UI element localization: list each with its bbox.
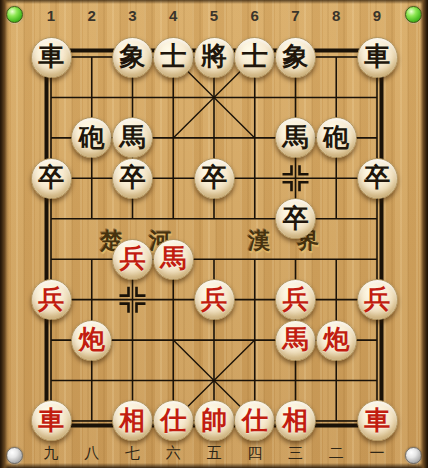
- vacated-point-marker: [120, 287, 129, 296]
- file-label-top: 4: [169, 7, 177, 24]
- board-piece-black[interactable]: 象: [112, 37, 153, 78]
- file-label-bottom: 九: [44, 444, 59, 463]
- board-piece-black[interactable]: 車: [31, 37, 72, 78]
- file-label-bottom: 八: [84, 444, 99, 463]
- board-piece-black[interactable]: 象: [275, 37, 316, 78]
- vacated-point-marker: [283, 182, 292, 191]
- board-piece-black[interactable]: 卒: [275, 198, 316, 239]
- board-piece-red[interactable]: 兵: [194, 279, 235, 320]
- file-label-bottom: 四: [247, 444, 262, 463]
- file-label-top: 8: [332, 7, 340, 24]
- vacated-point-marker: [300, 165, 309, 174]
- file-label-top: 6: [251, 7, 259, 24]
- file-label-bottom: 三: [288, 444, 303, 463]
- board-piece-black[interactable]: 卒: [357, 158, 398, 199]
- xiangqi-game-window: 123456789 九八七六五四三二一 楚河 漢界 車象士將士象車砲馬馬砲卒卒卒…: [0, 0, 428, 468]
- vacated-point-marker: [283, 165, 292, 174]
- board-piece-red[interactable]: 兵: [112, 239, 153, 280]
- vacated-point-marker: [300, 182, 309, 191]
- vacated-point-marker: [137, 304, 146, 313]
- board-piece-red[interactable]: 兵: [275, 279, 316, 320]
- indicator-light-bottom-left: [6, 447, 23, 464]
- board-piece-black[interactable]: 卒: [31, 158, 72, 199]
- board-piece-red[interactable]: 炮: [71, 320, 112, 361]
- file-label-top: 7: [291, 7, 299, 24]
- board-piece-red[interactable]: 炮: [316, 320, 357, 361]
- file-label-top: 3: [128, 7, 136, 24]
- board-piece-red[interactable]: 兵: [357, 279, 398, 320]
- file-label-bottom: 六: [166, 444, 181, 463]
- board-piece-red[interactable]: 帥: [194, 400, 235, 441]
- board-piece-black[interactable]: 卒: [194, 158, 235, 199]
- file-label-bottom: 一: [370, 444, 385, 463]
- file-label-top: 9: [373, 7, 381, 24]
- file-label-top: 2: [88, 7, 96, 24]
- board-piece-black[interactable]: 士: [234, 37, 275, 78]
- file-label-bottom: 七: [125, 444, 140, 463]
- board-piece-red[interactable]: 仕: [153, 400, 194, 441]
- board-piece-black[interactable]: 砲: [316, 117, 357, 158]
- board-piece-black[interactable]: 將: [194, 37, 235, 78]
- board-piece-red[interactable]: 兵: [31, 279, 72, 320]
- indicator-light-top-left: [6, 6, 23, 23]
- file-label-bottom: 五: [207, 444, 222, 463]
- file-label-top: 1: [47, 7, 55, 24]
- vacated-point-marker: [137, 287, 146, 296]
- file-label-bottom: 二: [329, 444, 344, 463]
- board-piece-black[interactable]: 士: [153, 37, 194, 78]
- board-piece-red[interactable]: 馬: [275, 320, 316, 361]
- vacated-point-marker: [120, 304, 129, 313]
- indicator-light-top-right: [405, 6, 422, 23]
- board-piece-black[interactable]: 卒: [112, 158, 153, 199]
- board-piece-red[interactable]: 車: [31, 400, 72, 441]
- board-piece-red[interactable]: 馬: [153, 239, 194, 280]
- board-piece-black[interactable]: 車: [357, 37, 398, 78]
- file-label-top: 5: [210, 7, 218, 24]
- board-piece-red[interactable]: 車: [357, 400, 398, 441]
- indicator-light-bottom-right: [405, 447, 422, 464]
